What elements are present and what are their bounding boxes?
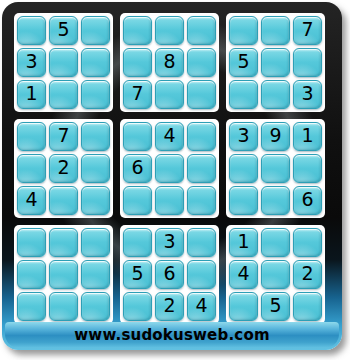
cell-r2c8[interactable] xyxy=(261,48,290,77)
box-r3c2: 35624 xyxy=(120,225,219,324)
cell-r9c9[interactable] xyxy=(293,292,322,321)
cell-r4c5[interactable]: 4 xyxy=(155,122,184,151)
cell-r7c9[interactable] xyxy=(293,228,322,257)
cell-r6c7[interactable] xyxy=(229,186,258,215)
cell-r8c2[interactable] xyxy=(49,260,78,289)
cell-r8c8[interactable] xyxy=(261,260,290,289)
cell-r3c4[interactable]: 7 xyxy=(123,80,152,109)
cell-r5c7[interactable] xyxy=(229,154,258,183)
box-r1c1: 531 xyxy=(14,13,113,112)
cell-r6c9[interactable]: 6 xyxy=(293,186,322,215)
box-r2c2: 46 xyxy=(120,119,219,218)
cell-digit: 8 xyxy=(163,52,175,71)
box-r2c1: 724 xyxy=(14,119,113,218)
cell-r1c4[interactable] xyxy=(123,16,152,45)
cell-digit: 2 xyxy=(301,264,313,283)
cell-digit: 4 xyxy=(163,126,175,145)
cell-digit: 3 xyxy=(163,232,175,251)
cell-r5c4[interactable]: 6 xyxy=(123,154,152,183)
cell-r8c4[interactable]: 5 xyxy=(123,260,152,289)
cell-r7c8[interactable] xyxy=(261,228,290,257)
cell-digit: 5 xyxy=(269,296,281,315)
cell-digit: 5 xyxy=(131,264,143,283)
cell-r7c2[interactable] xyxy=(49,228,78,257)
cell-r2c4[interactable] xyxy=(123,48,152,77)
cell-digit: 1 xyxy=(301,126,313,145)
cell-r2c9[interactable] xyxy=(293,48,322,77)
cell-digit: 6 xyxy=(301,190,313,209)
cell-digit: 2 xyxy=(57,158,69,177)
cell-r1c1[interactable] xyxy=(17,16,46,45)
cell-r1c9[interactable]: 7 xyxy=(293,16,322,45)
cell-r7c7[interactable]: 1 xyxy=(229,228,258,257)
cell-r9c2[interactable] xyxy=(49,292,78,321)
cell-r1c5[interactable] xyxy=(155,16,184,45)
cell-r3c2[interactable] xyxy=(49,80,78,109)
cell-r5c2[interactable]: 2 xyxy=(49,154,78,183)
cell-r8c7[interactable]: 4 xyxy=(229,260,258,289)
cell-r3c1[interactable]: 1 xyxy=(17,80,46,109)
cell-r9c4[interactable] xyxy=(123,292,152,321)
cell-r2c2[interactable] xyxy=(49,48,78,77)
cell-r4c8[interactable]: 9 xyxy=(261,122,290,151)
sudoku-grid: 53187753724463916356241425 xyxy=(14,13,325,324)
cell-r8c1[interactable] xyxy=(17,260,46,289)
sudoku-board-frame: 53187753724463916356241425 www.sudokuswe… xyxy=(2,2,342,350)
cell-digit: 7 xyxy=(301,20,313,39)
cell-r3c5[interactable] xyxy=(155,80,184,109)
footer-band: www.sudokusweb.com xyxy=(5,322,339,348)
cell-r3c9[interactable]: 3 xyxy=(293,80,322,109)
cell-r5c1[interactable] xyxy=(17,154,46,183)
cell-r2c6[interactable] xyxy=(187,48,216,77)
cell-digit: 4 xyxy=(25,190,37,209)
cell-r1c3[interactable] xyxy=(81,16,110,45)
site-url: www.sudokusweb.com xyxy=(74,326,269,344)
cell-r9c1[interactable] xyxy=(17,292,46,321)
box-r3c3: 1425 xyxy=(226,225,325,324)
cell-r2c1[interactable]: 3 xyxy=(17,48,46,77)
cell-r8c9[interactable]: 2 xyxy=(293,260,322,289)
cell-digit: 4 xyxy=(237,264,249,283)
cell-r5c3[interactable] xyxy=(81,154,110,183)
cell-r2c7[interactable]: 5 xyxy=(229,48,258,77)
cell-r9c7[interactable] xyxy=(229,292,258,321)
cell-r8c5[interactable]: 6 xyxy=(155,260,184,289)
cell-digit: 4 xyxy=(195,296,207,315)
cell-r6c3[interactable] xyxy=(81,186,110,215)
cell-r5c5[interactable] xyxy=(155,154,184,183)
cell-r9c8[interactable]: 5 xyxy=(261,292,290,321)
cell-r3c6[interactable] xyxy=(187,80,216,109)
cell-r4c1[interactable] xyxy=(17,122,46,151)
cell-r4c3[interactable] xyxy=(81,122,110,151)
cell-r6c6[interactable] xyxy=(187,186,216,215)
cell-r5c6[interactable] xyxy=(187,154,216,183)
cell-r1c2[interactable]: 5 xyxy=(49,16,78,45)
cell-r3c7[interactable] xyxy=(229,80,258,109)
box-r3c1 xyxy=(14,225,113,324)
cell-r7c3[interactable] xyxy=(81,228,110,257)
cell-r2c5[interactable]: 8 xyxy=(155,48,184,77)
cell-r4c2[interactable]: 7 xyxy=(49,122,78,151)
box-r1c2: 87 xyxy=(120,13,219,112)
cell-digit: 5 xyxy=(237,52,249,71)
cell-r6c4[interactable] xyxy=(123,186,152,215)
cell-digit: 3 xyxy=(237,126,249,145)
cell-r6c1[interactable]: 4 xyxy=(17,186,46,215)
cell-digit: 3 xyxy=(25,52,37,71)
cell-r7c6[interactable] xyxy=(187,228,216,257)
cell-r1c6[interactable] xyxy=(187,16,216,45)
cell-r8c6[interactable] xyxy=(187,260,216,289)
cell-r3c3[interactable] xyxy=(81,80,110,109)
cell-r4c7[interactable]: 3 xyxy=(229,122,258,151)
cell-r8c3[interactable] xyxy=(81,260,110,289)
cell-r6c8[interactable] xyxy=(261,186,290,215)
cell-r4c6[interactable] xyxy=(187,122,216,151)
cell-r6c2[interactable] xyxy=(49,186,78,215)
box-r1c3: 753 xyxy=(226,13,325,112)
cell-digit: 2 xyxy=(163,296,175,315)
cell-digit: 9 xyxy=(269,126,281,145)
page: 53187753724463916356241425 www.sudokuswe… xyxy=(0,0,350,360)
cell-r5c9[interactable] xyxy=(293,154,322,183)
cell-r5c8[interactable] xyxy=(261,154,290,183)
cell-r6c5[interactable] xyxy=(155,186,184,215)
cell-r7c4[interactable] xyxy=(123,228,152,257)
cell-r7c5[interactable]: 3 xyxy=(155,228,184,257)
cell-r1c7[interactable] xyxy=(229,16,258,45)
cell-digit: 7 xyxy=(57,126,69,145)
cell-r4c9[interactable]: 1 xyxy=(293,122,322,151)
cell-r3c8[interactable] xyxy=(261,80,290,109)
cell-digit: 1 xyxy=(25,84,37,103)
cell-r9c5[interactable]: 2 xyxy=(155,292,184,321)
cell-r9c3[interactable] xyxy=(81,292,110,321)
cell-r4c4[interactable] xyxy=(123,122,152,151)
cell-r1c8[interactable] xyxy=(261,16,290,45)
cell-digit: 1 xyxy=(237,232,249,251)
cell-digit: 5 xyxy=(57,20,69,39)
cell-digit: 7 xyxy=(131,84,143,103)
cell-r7c1[interactable] xyxy=(17,228,46,257)
cell-digit: 6 xyxy=(163,264,175,283)
cell-digit: 3 xyxy=(301,84,313,103)
cell-digit: 6 xyxy=(131,158,143,177)
box-r2c3: 3916 xyxy=(226,119,325,218)
cell-r9c6[interactable]: 4 xyxy=(187,292,216,321)
cell-r2c3[interactable] xyxy=(81,48,110,77)
